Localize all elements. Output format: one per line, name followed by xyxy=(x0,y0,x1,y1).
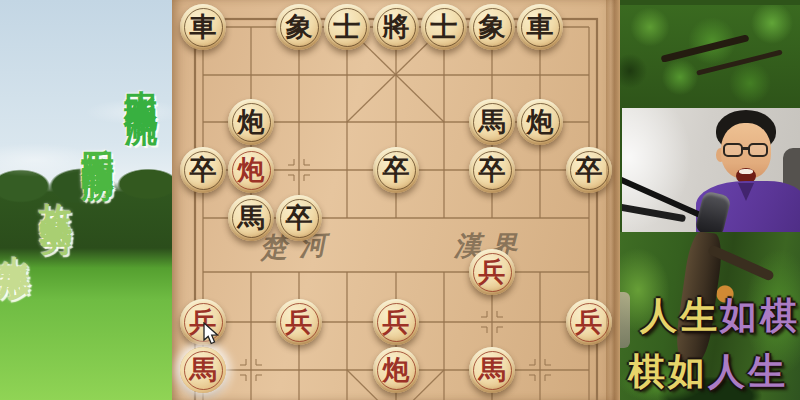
piece-label: 兵 xyxy=(383,308,410,335)
piece-label: 卒 xyxy=(576,156,603,183)
caption-1-yellow: 人生 xyxy=(640,293,720,337)
piece-label: 炮 xyxy=(238,108,265,135)
stream-frame: 水因地而制流 兵因敵而制勝 故兵無常勢 水無常形 楚河 漢界 車象士將士象車炮馬… xyxy=(0,0,800,400)
right-video-panel: 人生如棋 棋如人生 xyxy=(620,0,800,400)
piece-label: 馬 xyxy=(190,356,217,383)
piece-兵-red[interactable]: 兵 xyxy=(373,299,419,345)
blurred-foreground xyxy=(620,292,630,348)
piece-label: 象 xyxy=(479,13,506,40)
streamer-glasses xyxy=(723,143,770,159)
piece-炮-red[interactable]: 炮 xyxy=(373,347,419,393)
calligraphy-column-2: 兵因敵而制勝 xyxy=(80,122,115,146)
piece-label: 馬 xyxy=(479,108,506,135)
piece-炮-black[interactable]: 炮 xyxy=(517,99,563,145)
caption-line-2: 棋如人生 xyxy=(628,353,788,390)
piece-label: 炮 xyxy=(527,108,554,135)
piece-label: 兵 xyxy=(479,258,506,285)
mouse-cursor xyxy=(203,322,220,346)
piece-卒-black[interactable]: 卒 xyxy=(373,147,419,193)
left-nature-panel: 水因地而制流 兵因敵而制勝 故兵無常勢 水無常形 xyxy=(0,0,172,400)
piece-label: 馬 xyxy=(238,204,265,231)
piece-label: 兵 xyxy=(286,308,313,335)
caption-line-1: 人生如棋 xyxy=(640,297,800,334)
piece-卒-black[interactable]: 卒 xyxy=(180,147,226,193)
piece-label: 車 xyxy=(527,13,554,40)
piece-label: 炮 xyxy=(383,356,410,383)
piece-label: 馬 xyxy=(479,356,506,383)
piece-象-black[interactable]: 象 xyxy=(469,4,515,50)
piece-士-black[interactable]: 士 xyxy=(324,4,370,50)
piece-兵-red[interactable]: 兵 xyxy=(276,299,322,345)
piece-象-black[interactable]: 象 xyxy=(276,4,322,50)
caption-1-purple: 如棋 xyxy=(720,293,800,337)
piece-馬-black[interactable]: 馬 xyxy=(469,99,515,145)
piece-label: 象 xyxy=(286,13,313,40)
piece-兵-red[interactable]: 兵 xyxy=(469,249,515,295)
caption-2-purple: 人生 xyxy=(708,349,788,393)
calligraphy-column-3: 故兵無常勢 xyxy=(38,178,73,198)
board-right-edge xyxy=(606,0,620,400)
piece-炮-black[interactable]: 炮 xyxy=(228,99,274,145)
piece-label: 車 xyxy=(190,13,217,40)
piece-將-black[interactable]: 將 xyxy=(373,4,419,50)
calligraphy-column-4: 水無常形 xyxy=(0,230,31,246)
piece-車-black[interactable]: 車 xyxy=(517,4,563,50)
xiangqi-board[interactable]: 楚河 漢界 車象士將士象車炮馬炮卒炮卒卒卒馬卒兵兵兵兵兵馬炮馬 xyxy=(172,0,620,400)
piece-label: 卒 xyxy=(286,204,313,231)
piece-卒-black[interactable]: 卒 xyxy=(276,195,322,241)
piece-馬-red[interactable]: 馬 xyxy=(469,347,515,393)
webcam-overlay xyxy=(622,108,800,232)
piece-label: 士 xyxy=(334,13,361,40)
piece-車-black[interactable]: 車 xyxy=(180,4,226,50)
caption-2-yellow: 棋如 xyxy=(628,349,708,393)
tree-video-top xyxy=(620,5,800,108)
piece-label: 卒 xyxy=(383,156,410,183)
calligraphy-column-1: 水因地而制流 xyxy=(123,64,158,88)
piece-士-black[interactable]: 士 xyxy=(421,4,467,50)
piece-馬-black[interactable]: 馬 xyxy=(228,195,274,241)
piece-馬-red[interactable]: 馬 xyxy=(180,347,226,393)
piece-卒-black[interactable]: 卒 xyxy=(469,147,515,193)
piece-label: 兵 xyxy=(576,308,603,335)
piece-炮-red[interactable]: 炮 xyxy=(228,147,274,193)
piece-label: 士 xyxy=(431,13,458,40)
piece-label: 將 xyxy=(383,13,410,40)
piece-label: 卒 xyxy=(190,156,217,183)
piece-label: 卒 xyxy=(479,156,506,183)
pieces-layer: 車象士將士象車炮馬炮卒炮卒卒卒馬卒兵兵兵兵兵馬炮馬 xyxy=(172,0,620,400)
piece-label: 炮 xyxy=(238,156,265,183)
